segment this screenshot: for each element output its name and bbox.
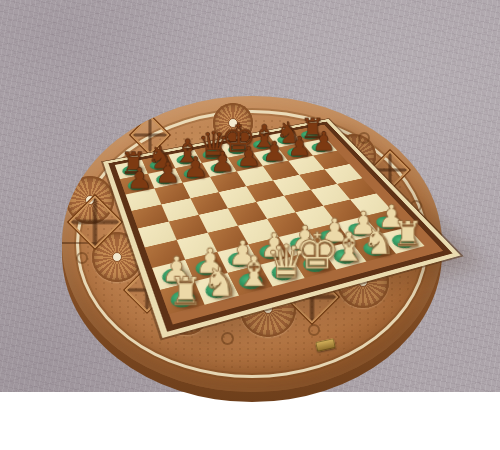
piece-white-rook[interactable]: ♜ [392,217,423,252]
medallion-center-dot [112,252,122,262]
square-a5[interactable] [132,204,169,228]
piece-black-pawn[interactable]: ♟ [312,128,336,155]
piece-black-pawn[interactable]: ♟ [262,138,286,165]
carved-ringlet [308,324,320,336]
piece-black-pawn[interactable]: ♟ [183,153,208,181]
piece-white-knight[interactable]: ♞ [202,261,239,302]
piece-black-pawn[interactable]: ♟ [287,133,311,160]
carved-ringlet [76,252,88,264]
piece-black-pawn[interactable]: ♟ [236,143,261,171]
piece-black-pawn[interactable]: ♟ [210,148,235,176]
medallion-center-dot [263,304,273,314]
piece-white-rook[interactable]: ♜ [168,272,203,311]
piece-white-bishop[interactable]: ♝ [235,251,273,293]
piece-black-pawn[interactable]: ♟ [155,159,181,188]
carved-ringlet [358,132,370,144]
photo-scene: ♜♞♝♛♚♝♞♜♟♟♟♟♟♟♟♟♟♟♟♟♟♟♟♟♜♞♝♛♚♝♞♜ [0,0,500,450]
piece-black-pawn[interactable]: ♟ [126,164,152,193]
carved-ringlet [221,332,234,345]
square-h5[interactable] [325,164,363,184]
